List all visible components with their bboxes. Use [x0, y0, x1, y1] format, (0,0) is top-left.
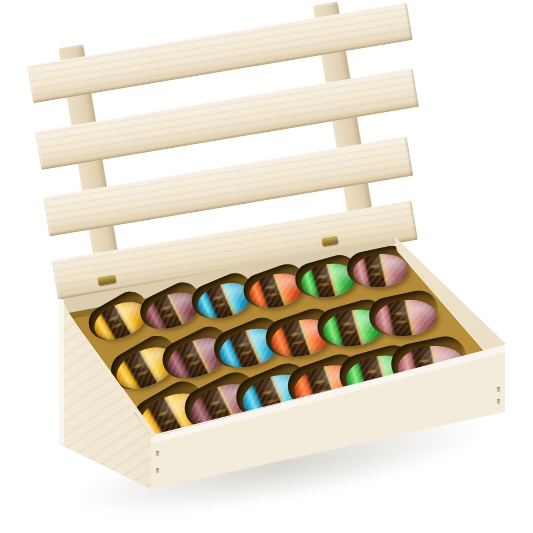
nail-mark [156, 451, 159, 456]
product-photo [0, 0, 533, 533]
nail-mark [156, 468, 159, 473]
nail-mark [497, 399, 500, 404]
nail-mark [497, 387, 500, 392]
